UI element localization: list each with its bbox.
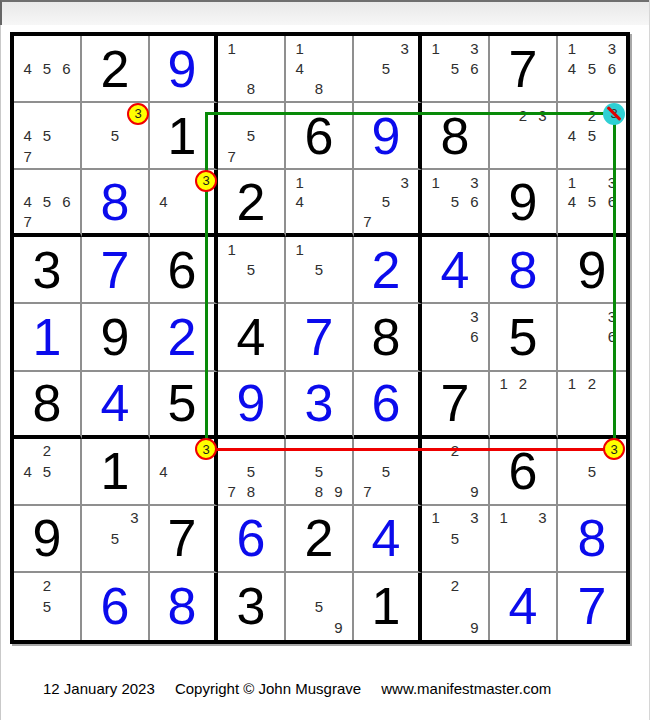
cell-value: 9	[218, 372, 284, 435]
candidate-5: 5	[37, 461, 56, 481]
candidates: 4567	[14, 170, 80, 233]
candidates: 57	[354, 439, 418, 504]
cell-value: 3	[14, 237, 80, 302]
cell-value: 2	[150, 304, 214, 369]
candidate-7: 7	[358, 481, 377, 501]
cell-value: 8	[422, 103, 488, 168]
cell-r3c5[interactable]: 14	[286, 170, 354, 237]
cell-value: 3	[218, 573, 284, 640]
cell-r5c2[interactable]: 9	[82, 304, 150, 371]
candidate-3: 3	[125, 508, 144, 528]
cell-r2c5[interactable]: 6	[286, 103, 354, 170]
candidate-1: 1	[494, 374, 513, 394]
cell-value: 1	[150, 103, 214, 168]
cell-value: 5	[150, 372, 214, 435]
candidate-5: 5	[445, 58, 464, 78]
cell-value: 4	[422, 237, 488, 302]
candidates: 148	[286, 36, 352, 101]
window-titlebar	[0, 0, 649, 25]
candidates: 357	[354, 170, 418, 233]
cell-r4c5[interactable]: 15	[286, 237, 354, 304]
candidate-4: 4	[562, 192, 582, 212]
cell-r9c1[interactable]: 25	[14, 573, 82, 640]
candidates: 457	[14, 103, 80, 168]
cell-r8c1[interactable]: 9	[14, 506, 82, 573]
cell-value: 6	[150, 237, 214, 302]
cell-r3c4[interactable]: 2	[218, 170, 286, 237]
candidate-5: 5	[445, 192, 464, 212]
cell-r4c8[interactable]: 8	[490, 237, 558, 304]
candidate-5: 5	[377, 192, 396, 212]
cell-r2c8[interactable]: 23	[490, 103, 558, 170]
cell-r6c2[interactable]: 4	[82, 372, 150, 439]
candidate-2: 2	[37, 575, 56, 596]
cell-r2c6[interactable]: 9	[354, 103, 422, 170]
cell-r5c3[interactable]: 2	[150, 304, 218, 371]
cell-value: 6	[218, 506, 284, 571]
candidates: 18	[218, 36, 284, 101]
cell-value: 6	[82, 573, 148, 640]
cell-r3c2[interactable]: 8	[82, 170, 150, 237]
cell-value: 9	[490, 170, 556, 233]
cell-r9c9[interactable]: 7	[558, 573, 626, 640]
cell-value: 7	[558, 573, 626, 640]
candidate-6: 6	[602, 192, 622, 212]
cell-r8c3[interactable]: 7	[150, 506, 218, 573]
candidates: 13456	[558, 170, 626, 233]
cell-value: 8	[354, 304, 418, 369]
cell-r8c5[interactable]: 2	[286, 506, 354, 573]
cell-value: 9	[14, 506, 80, 571]
cell-r2c3[interactable]: 1	[150, 103, 218, 170]
candidates: 13456	[558, 36, 626, 101]
cell-value: 9	[354, 103, 418, 168]
cell-r7c7[interactable]: 29	[422, 439, 490, 506]
cell-r3c7[interactable]: 1356	[422, 170, 490, 237]
candidate-4: 4	[154, 461, 173, 481]
candidate-4: 4	[290, 58, 309, 78]
cell-value: 2	[286, 506, 352, 571]
candidate-6: 6	[602, 58, 622, 78]
candidate-4: 4	[154, 192, 173, 212]
candidates: 456	[14, 36, 80, 101]
candidate-5: 5	[105, 528, 124, 548]
candidates: 34	[150, 439, 214, 504]
cell-r2c2[interactable]: 35	[82, 103, 150, 170]
cell-r7c5[interactable]: 589	[286, 439, 354, 506]
candidate-5: 5	[241, 260, 260, 280]
cell-r8c8[interactable]: 13	[490, 506, 558, 573]
cell-r4c6[interactable]: 2	[354, 237, 422, 304]
candidate-5: 5	[241, 461, 260, 481]
cell-r5c9[interactable]: 36	[558, 304, 626, 371]
candidate-2: 2	[513, 374, 532, 394]
cell-value: 4	[218, 304, 284, 369]
candidate-1: 1	[494, 508, 513, 528]
candidates: 35	[558, 439, 626, 504]
candidate-2: 2	[445, 441, 464, 461]
cell-value: 9	[150, 36, 214, 101]
candidate-4: 4	[562, 58, 582, 78]
candidate-4: 4	[18, 461, 37, 481]
cell-r4c9[interactable]: 9	[558, 237, 626, 304]
cell-r8c6[interactable]: 4	[354, 506, 422, 573]
cell-r9c8[interactable]: 4	[490, 573, 558, 640]
cell-r7c1[interactable]: 245	[14, 439, 82, 506]
footer-credits: 12 January 2023 Copyright © John Musgrav…	[43, 680, 567, 697]
candidates: 35	[82, 103, 148, 168]
cell-r3c8[interactable]: 9	[490, 170, 558, 237]
cell-r2c1[interactable]: 457	[14, 103, 82, 170]
candidates: 29	[422, 439, 488, 504]
candidate-1: 1	[222, 239, 241, 259]
candidate-3: 3	[602, 306, 622, 326]
cell-r1c4[interactable]: 18	[218, 36, 286, 103]
candidate-5: 5	[37, 58, 56, 78]
candidate-6: 6	[57, 192, 76, 212]
cell-r8c9[interactable]: 8	[558, 506, 626, 573]
footer-website: www.manifestmaster.com	[381, 680, 551, 697]
candidate-5: 5	[105, 125, 124, 145]
cell-value: 2	[354, 237, 418, 302]
candidates: 578	[218, 439, 284, 504]
candidate-2: 2	[582, 105, 602, 125]
candidate-1: 1	[222, 38, 241, 58]
candidate-3: 3	[533, 508, 552, 528]
cell-r7c8[interactable]: 6	[490, 439, 558, 506]
cell-r5c1[interactable]: 1	[14, 304, 82, 371]
candidate-9: 9	[329, 617, 348, 638]
candidate-6: 6	[465, 58, 484, 78]
cell-r2c7[interactable]: 8	[422, 103, 490, 170]
candidate-4: 4	[18, 125, 37, 145]
candidates: 245	[14, 439, 80, 504]
candidates: 135	[422, 506, 488, 571]
candidates: 59	[286, 573, 352, 640]
cell-value: 3	[286, 372, 352, 435]
cell-value: 7	[490, 36, 556, 101]
cell-value: 7	[82, 237, 148, 302]
cell-r4c7[interactable]: 4	[422, 237, 490, 304]
candidate-5: 5	[377, 461, 396, 481]
cell-r4c3[interactable]: 6	[150, 237, 218, 304]
candidates: 15	[218, 237, 284, 302]
candidates: 36	[558, 304, 626, 369]
candidate-4: 4	[562, 125, 582, 145]
candidates: 12	[490, 372, 556, 435]
candidate-3: 3	[395, 38, 414, 58]
candidate-7: 7	[18, 212, 37, 232]
candidate-3: 3	[465, 38, 484, 58]
cell-r5c7[interactable]: 36	[422, 304, 490, 371]
candidates: 1356	[422, 36, 488, 101]
candidate-5: 5	[445, 528, 464, 548]
candidate-6: 6	[465, 192, 484, 212]
candidates: 12	[558, 372, 626, 435]
candidates: 589	[286, 439, 352, 504]
cell-r4c2[interactable]: 7	[82, 237, 150, 304]
cell-r7c4[interactable]: 578	[218, 439, 286, 506]
cell-value: 1	[354, 573, 418, 640]
candidate-3: 3	[191, 441, 210, 461]
candidate-5: 5	[309, 260, 328, 280]
candidate-3: 3	[395, 172, 414, 192]
candidates: 15	[286, 237, 352, 302]
candidate-1: 1	[426, 172, 445, 192]
cell-value: 8	[490, 237, 556, 302]
candidate-9: 9	[329, 481, 348, 501]
cell-value: 4	[354, 506, 418, 571]
cell-r1c3[interactable]: 9	[150, 36, 218, 103]
cell-r1c8[interactable]: 7	[490, 36, 558, 103]
candidate-4: 4	[18, 58, 37, 78]
cell-value: 8	[82, 170, 148, 233]
candidate-7: 7	[18, 146, 37, 166]
cell-r3c3[interactable]: 34	[150, 170, 218, 237]
cell-r8c7[interactable]: 135	[422, 506, 490, 573]
candidate-3: 3	[602, 38, 622, 58]
footer-date: 12 January 2023	[43, 680, 155, 697]
cell-value: 7	[422, 372, 488, 435]
candidate-5: 5	[582, 125, 602, 145]
cell-r1c2[interactable]: 2	[82, 36, 150, 103]
cell-r4c1[interactable]: 3	[14, 237, 82, 304]
candidates: 35	[82, 506, 148, 571]
candidates: 34	[150, 170, 214, 233]
cell-r9c6[interactable]: 1	[354, 573, 422, 640]
candidate-5: 5	[309, 596, 328, 617]
candidate-6: 6	[602, 327, 622, 347]
candidate-2: 2	[582, 374, 602, 394]
cell-r7c6[interactable]: 57	[354, 439, 422, 506]
candidates: 2345	[558, 103, 626, 168]
cell-r7c9[interactable]: 35	[558, 439, 626, 506]
footer-copyright: Copyright © John Musgrave	[175, 680, 361, 697]
cell-r5c5[interactable]: 7	[286, 304, 354, 371]
candidate-3: 3	[602, 441, 622, 461]
sudoku-board: 4562918148351356713456457351576982323454…	[10, 32, 630, 644]
candidate-1: 1	[562, 172, 582, 192]
cell-r1c7[interactable]: 1356	[422, 36, 490, 103]
candidate-1: 1	[290, 239, 309, 259]
candidates: 13	[490, 506, 556, 571]
cell-r3c9[interactable]: 13456	[558, 170, 626, 237]
candidate-2: 2	[445, 575, 464, 596]
cell-r6c5[interactable]: 3	[286, 372, 354, 439]
candidate-5: 5	[377, 58, 396, 78]
candidate-9: 9	[465, 481, 484, 501]
candidate-3: 3	[465, 306, 484, 326]
candidate-3: 3	[465, 508, 484, 528]
cell-value: 1	[82, 439, 148, 504]
cell-r2c4[interactable]: 57	[218, 103, 286, 170]
candidate-5: 5	[309, 461, 328, 481]
cell-r5c4[interactable]: 4	[218, 304, 286, 371]
cell-r7c2[interactable]: 1	[82, 439, 150, 506]
candidates: 1356	[422, 170, 488, 233]
cell-value: 6	[354, 372, 418, 435]
cell-r5c8[interactable]: 5	[490, 304, 558, 371]
cell-r9c4[interactable]: 3	[218, 573, 286, 640]
cell-value: 8	[14, 372, 80, 435]
candidate-1: 1	[426, 38, 445, 58]
cell-r6c9[interactable]: 12	[558, 372, 626, 439]
candidate-7: 7	[222, 146, 241, 166]
cell-r9c2[interactable]: 6	[82, 573, 150, 640]
candidate-9: 9	[465, 617, 484, 638]
cell-value: 9	[558, 237, 626, 302]
cell-value: 5	[490, 304, 556, 369]
cell-r1c1[interactable]: 456	[14, 36, 82, 103]
candidate-3: 3	[191, 172, 210, 192]
cell-r6c7[interactable]: 7	[422, 372, 490, 439]
candidates: 25	[14, 573, 80, 640]
cell-r3c1[interactable]: 4567	[14, 170, 82, 237]
cell-r3c6[interactable]: 357	[354, 170, 422, 237]
cell-r6c1[interactable]: 8	[14, 372, 82, 439]
candidate-3: 3	[533, 105, 552, 125]
candidate-8: 8	[309, 79, 328, 99]
candidate-4: 4	[290, 192, 309, 212]
cell-r8c4[interactable]: 6	[218, 506, 286, 573]
candidates: 23	[490, 103, 556, 168]
cell-r2c9[interactable]: 2345	[558, 103, 626, 170]
candidate-1: 1	[290, 172, 309, 192]
cell-value: 8	[150, 573, 214, 640]
candidate-5: 5	[37, 125, 56, 145]
cell-value: 9	[82, 304, 148, 369]
candidate-2: 2	[513, 105, 532, 125]
candidate-3: 3	[602, 105, 622, 125]
cell-r6c6[interactable]: 6	[354, 372, 422, 439]
cell-value: 6	[490, 439, 556, 504]
candidate-5: 5	[241, 125, 260, 145]
candidate-8: 8	[309, 481, 328, 501]
candidate-8: 8	[241, 79, 260, 99]
cell-r8c2[interactable]: 35	[82, 506, 150, 573]
candidate-5: 5	[582, 58, 602, 78]
cell-r6c4[interactable]: 9	[218, 372, 286, 439]
cell-r9c3[interactable]: 8	[150, 573, 218, 640]
cell-value: 4	[490, 573, 556, 640]
cell-value: 2	[218, 170, 284, 233]
candidate-5: 5	[582, 192, 602, 212]
cell-value: 7	[150, 506, 214, 571]
cell-r5c6[interactable]: 8	[354, 304, 422, 371]
candidate-1: 1	[426, 508, 445, 528]
cell-r7c3[interactable]: 34	[150, 439, 218, 506]
candidate-5: 5	[37, 192, 56, 212]
candidates: 35	[354, 36, 418, 101]
candidate-1: 1	[562, 38, 582, 58]
cell-r6c3[interactable]: 5	[150, 372, 218, 439]
candidate-5: 5	[37, 596, 56, 617]
cell-r1c5[interactable]: 148	[286, 36, 354, 103]
candidate-7: 7	[358, 212, 377, 232]
candidate-1: 1	[290, 38, 309, 58]
cell-value: 7	[286, 304, 352, 369]
cell-value: 2	[82, 36, 148, 101]
cell-value: 1	[14, 304, 80, 369]
cell-value: 4	[82, 372, 148, 435]
candidate-7: 7	[222, 481, 241, 501]
candidate-8: 8	[241, 481, 260, 501]
candidate-6: 6	[465, 327, 484, 347]
cell-value: 8	[558, 506, 626, 571]
candidates: 14	[286, 170, 352, 233]
candidates: 29	[422, 573, 488, 640]
cell-value: 6	[286, 103, 352, 168]
candidate-2: 2	[37, 441, 56, 461]
cell-r6c8[interactable]: 12	[490, 372, 558, 439]
candidate-1: 1	[562, 374, 582, 394]
cell-r1c9[interactable]: 13456	[558, 36, 626, 103]
cell-r1c6[interactable]: 35	[354, 36, 422, 103]
candidates: 57	[218, 103, 284, 168]
candidate-4: 4	[18, 192, 37, 212]
candidate-3: 3	[125, 105, 144, 125]
cell-r9c5[interactable]: 59	[286, 573, 354, 640]
cell-r4c4[interactable]: 15	[218, 237, 286, 304]
candidates: 36	[422, 304, 488, 369]
cell-r9c7[interactable]: 29	[422, 573, 490, 640]
candidate-6: 6	[57, 58, 76, 78]
candidate-3: 3	[465, 172, 484, 192]
candidate-5: 5	[582, 461, 602, 481]
candidate-3: 3	[602, 172, 622, 192]
